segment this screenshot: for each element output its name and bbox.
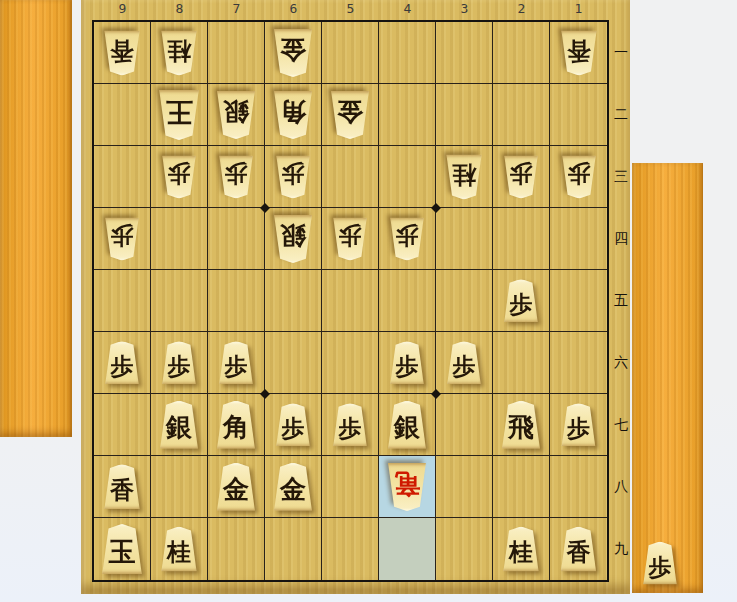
rank-label-8: 八 [614, 456, 628, 518]
square-3-9[interactable] [436, 518, 493, 580]
piece-face: 金 [329, 91, 372, 139]
rank-label-1: 一 [614, 22, 628, 84]
piece-kanji: 歩 [168, 163, 191, 191]
piece-gote-knight[interactable]: 桂 [159, 30, 199, 75]
square-5-5[interactable] [322, 270, 379, 332]
piece-kanji: 角 [280, 99, 306, 130]
square-9-6[interactable]: 歩 [94, 332, 151, 394]
square-4-3[interactable] [379, 146, 436, 208]
piece-kanji: 歩 [396, 349, 419, 377]
piece-face: 歩 [502, 279, 540, 322]
piece-sente-rook[interactable]: 飛 [500, 401, 543, 449]
piece-sente-pawn[interactable]: 歩 [331, 403, 369, 446]
piece-gote-silver[interactable]: 銀 [272, 215, 315, 263]
shogi-board: 987654321 一二三四五六七八九 香桂金香王銀角金歩歩歩桂歩歩歩銀歩歩歩歩… [81, 0, 630, 594]
piece-face: 王 [157, 90, 202, 140]
piece-gote-lance[interactable]: 香 [559, 30, 599, 75]
rank-label-5: 五 [614, 270, 628, 332]
piece-kanji: 金 [280, 471, 306, 502]
square-8-9[interactable]: 桂 [151, 518, 208, 580]
square-8-3[interactable]: 歩 [151, 146, 208, 208]
piece-face: 歩 [103, 217, 141, 260]
square-2-3[interactable]: 歩 [493, 146, 550, 208]
square-4-7[interactable]: 銀 [379, 394, 436, 456]
sente-hand-pieces: 歩 [635, 537, 685, 589]
square-1-9[interactable]: 香 [550, 518, 607, 580]
piece-face: 歩 [103, 341, 141, 384]
square-6-8[interactable]: 金 [265, 456, 322, 518]
square-8-2[interactable]: 王 [151, 84, 208, 146]
square-9-8[interactable]: 香 [94, 456, 151, 518]
square-2-8[interactable] [493, 456, 550, 518]
square-8-8[interactable] [151, 456, 208, 518]
square-7-2[interactable]: 銀 [208, 84, 265, 146]
piece-gote-gold[interactable]: 金 [329, 91, 372, 139]
piece-gote-bishop[interactable]: 角 [272, 91, 315, 139]
square-2-2[interactable] [493, 84, 550, 146]
square-3-6[interactable]: 歩 [436, 332, 493, 394]
file-label-4: 4 [379, 1, 436, 16]
square-3-1[interactable] [436, 22, 493, 84]
square-7-7[interactable]: 角 [208, 394, 265, 456]
square-7-4[interactable] [208, 208, 265, 270]
square-7-1[interactable] [208, 22, 265, 84]
piece-kanji: 歩 [453, 349, 476, 377]
piece-gote-dragon[interactable]: 竜 [386, 463, 429, 511]
piece-kanji: 歩 [225, 349, 248, 377]
piece-sente-pawn[interactable]: 歩 [274, 403, 312, 446]
square-1-7[interactable]: 歩 [550, 394, 607, 456]
piece-face: 飛 [500, 401, 543, 449]
square-4-5[interactable] [379, 270, 436, 332]
piece-kanji: 歩 [282, 411, 305, 439]
piece-gote-king[interactable]: 王 [157, 90, 202, 140]
piece-face: 歩 [388, 217, 426, 260]
file-label-6: 6 [265, 1, 322, 16]
piece-sente-pawn[interactable]: 歩 [502, 279, 540, 322]
square-5-4[interactable]: 歩 [322, 208, 379, 270]
square-7-5[interactable] [208, 270, 265, 332]
piece-face: 歩 [560, 155, 598, 198]
square-3-5[interactable] [436, 270, 493, 332]
square-3-2[interactable] [436, 84, 493, 146]
piece-face: 香 [102, 30, 142, 75]
piece-kanji: 金 [337, 99, 363, 130]
piece-face: 歩 [331, 217, 369, 260]
square-5-9[interactable] [322, 518, 379, 580]
piece-face: 歩 [641, 542, 679, 585]
piece-face: 香 [102, 464, 142, 509]
square-4-6[interactable]: 歩 [379, 332, 436, 394]
piece-sente-king[interactable]: 玉 [100, 524, 145, 574]
square-7-3[interactable]: 歩 [208, 146, 265, 208]
square-3-3[interactable]: 桂 [436, 146, 493, 208]
piece-kanji: 香 [110, 38, 134, 67]
square-1-8[interactable] [550, 456, 607, 518]
piece-face: 歩 [560, 403, 598, 446]
piece-face: 歩 [388, 341, 426, 384]
piece-kanji: 銀 [223, 99, 249, 130]
piece-face: 歩 [160, 341, 198, 384]
file-label-2: 2 [493, 1, 550, 16]
piece-face: 桂 [444, 154, 484, 199]
piece-face: 歩 [274, 155, 312, 198]
square-6-9[interactable] [265, 518, 322, 580]
piece-gote-pawn[interactable]: 歩 [103, 217, 141, 260]
square-1-4[interactable] [550, 208, 607, 270]
square-4-2[interactable] [379, 84, 436, 146]
piece-kanji: 銀 [394, 409, 420, 440]
square-8-1[interactable]: 桂 [151, 22, 208, 84]
piece-kanji: 歩 [225, 163, 248, 191]
piece-kanji: 金 [280, 37, 306, 68]
gote-hand-tray [0, 0, 72, 437]
piece-sente-pawn[interactable]: 歩 [641, 542, 679, 585]
square-4-1[interactable] [379, 22, 436, 84]
piece-sente-bishop[interactable]: 角 [215, 401, 258, 449]
piece-face: 銀 [272, 215, 315, 263]
piece-gote-knight[interactable]: 桂 [444, 154, 484, 199]
piece-face: 角 [215, 401, 258, 449]
piece-face: 歩 [274, 403, 312, 446]
square-2-5[interactable]: 歩 [493, 270, 550, 332]
piece-sente-knight[interactable]: 桂 [159, 527, 199, 572]
piece-kanji: 金 [223, 471, 249, 502]
square-4-8[interactable]: 竜 [379, 456, 436, 518]
square-9-2[interactable] [94, 84, 151, 146]
piece-kanji: 玉 [109, 533, 136, 565]
piece-sente-knight[interactable]: 桂 [501, 527, 541, 572]
piece-kanji: 桂 [167, 38, 191, 67]
square-4-4[interactable]: 歩 [379, 208, 436, 270]
file-label-5: 5 [322, 1, 379, 16]
piece-kanji: 桂 [452, 162, 476, 191]
piece-face: 歩 [502, 155, 540, 198]
square-3-8[interactable] [436, 456, 493, 518]
file-label-9: 9 [94, 1, 151, 16]
square-3-4[interactable] [436, 208, 493, 270]
piece-sente-lance[interactable]: 香 [102, 464, 142, 509]
square-6-2[interactable]: 角 [265, 84, 322, 146]
piece-face: 銀 [386, 401, 429, 449]
file-label-3: 3 [436, 1, 493, 16]
piece-face: 銀 [158, 401, 201, 449]
piece-gote-pawn[interactable]: 歩 [388, 217, 426, 260]
square-9-7[interactable] [94, 394, 151, 456]
piece-kanji: 歩 [111, 349, 134, 377]
piece-sente-silver[interactable]: 銀 [158, 401, 201, 449]
piece-gote-silver[interactable]: 銀 [215, 91, 258, 139]
square-9-4[interactable]: 歩 [94, 208, 151, 270]
square-7-8[interactable]: 金 [208, 456, 265, 518]
piece-sente-lance[interactable]: 香 [559, 527, 599, 572]
square-5-1[interactable] [322, 22, 379, 84]
square-4-9[interactable] [379, 518, 436, 580]
piece-kanji: 竜 [394, 471, 420, 502]
piece-kanji: 歩 [339, 411, 362, 439]
piece-kanji: 香 [567, 38, 591, 67]
square-5-2[interactable]: 金 [322, 84, 379, 146]
square-1-6[interactable] [550, 332, 607, 394]
square-2-1[interactable] [493, 22, 550, 84]
square-2-9[interactable]: 桂 [493, 518, 550, 580]
square-6-7[interactable]: 歩 [265, 394, 322, 456]
piece-kanji: 歩 [168, 349, 191, 377]
piece-face: 桂 [159, 527, 199, 572]
piece-face: 銀 [215, 91, 258, 139]
piece-sente-pawn[interactable]: 歩 [160, 341, 198, 384]
piece-face: 歩 [331, 403, 369, 446]
sente-hand-tray: 歩 [632, 163, 703, 593]
piece-gote-gold[interactable]: 金 [272, 29, 315, 77]
shogi-game-screen: 987654321 一二三四五六七八九 香桂金香王銀角金歩歩歩桂歩歩歩銀歩歩歩歩… [0, 0, 737, 602]
piece-face: 玉 [100, 524, 145, 574]
square-9-5[interactable] [94, 270, 151, 332]
piece-face: 桂 [501, 527, 541, 572]
piece-gote-pawn[interactable]: 歩 [274, 155, 312, 198]
square-8-4[interactable] [151, 208, 208, 270]
square-1-3[interactable]: 歩 [550, 146, 607, 208]
piece-face: 桂 [159, 30, 199, 75]
rank-label-7: 七 [614, 394, 628, 456]
square-9-9[interactable]: 玉 [94, 518, 151, 580]
piece-gote-pawn[interactable]: 歩 [331, 217, 369, 260]
piece-face: 竜 [386, 463, 429, 511]
piece-kanji: 王 [166, 99, 193, 131]
piece-kanji: 歩 [649, 549, 672, 577]
piece-face: 角 [272, 91, 315, 139]
piece-kanji: 歩 [567, 163, 590, 191]
square-7-6[interactable]: 歩 [208, 332, 265, 394]
piece-sente-pawn[interactable]: 歩 [388, 341, 426, 384]
square-8-5[interactable] [151, 270, 208, 332]
square-5-8[interactable] [322, 456, 379, 518]
square-9-1[interactable]: 香 [94, 22, 151, 84]
piece-kanji: 香 [567, 535, 591, 564]
piece-gote-pawn[interactable]: 歩 [217, 155, 255, 198]
piece-kanji: 歩 [282, 163, 305, 191]
square-6-1[interactable]: 金 [265, 22, 322, 84]
file-label-8: 8 [151, 1, 208, 16]
square-6-3[interactable]: 歩 [265, 146, 322, 208]
piece-face: 金 [272, 463, 315, 511]
piece-face: 香 [559, 30, 599, 75]
piece-kanji: 歩 [396, 225, 419, 253]
piece-face: 歩 [445, 341, 483, 384]
piece-sente-pawn[interactable]: 歩 [560, 403, 598, 446]
piece-gote-pawn[interactable]: 歩 [560, 155, 598, 198]
piece-sente-pawn[interactable]: 歩 [445, 341, 483, 384]
square-1-5[interactable] [550, 270, 607, 332]
square-6-5[interactable] [265, 270, 322, 332]
piece-kanji: 香 [110, 472, 134, 501]
square-5-7[interactable]: 歩 [322, 394, 379, 456]
piece-sente-gold[interactable]: 金 [272, 463, 315, 511]
piece-kanji: 銀 [166, 409, 192, 440]
piece-gote-pawn[interactable]: 歩 [502, 155, 540, 198]
square-8-7[interactable]: 銀 [151, 394, 208, 456]
piece-kanji: 角 [223, 409, 249, 440]
piece-sente-silver[interactable]: 銀 [386, 401, 429, 449]
rank-label-2: 二 [614, 84, 628, 146]
square-8-6[interactable]: 歩 [151, 332, 208, 394]
piece-kanji: 銀 [280, 223, 306, 254]
piece-sente-pawn[interactable]: 歩 [217, 341, 255, 384]
piece-kanji: 歩 [567, 411, 590, 439]
piece-face: 歩 [217, 155, 255, 198]
file-label-7: 7 [208, 1, 265, 16]
rank-labels: 一二三四五六七八九 [614, 22, 628, 580]
piece-gote-pawn[interactable]: 歩 [160, 155, 198, 198]
square-7-9[interactable] [208, 518, 265, 580]
piece-face: 金 [272, 29, 315, 77]
piece-kanji: 歩 [111, 225, 134, 253]
rank-label-9: 九 [614, 518, 628, 580]
file-label-1: 1 [550, 1, 607, 16]
square-2-7[interactable]: 飛 [493, 394, 550, 456]
square-3-7[interactable] [436, 394, 493, 456]
piece-kanji: 歩 [339, 225, 362, 253]
board-grid: 香桂金香王銀角金歩歩歩桂歩歩歩銀歩歩歩歩歩歩歩歩銀角歩歩銀飛歩香金金竜玉桂桂香 [92, 20, 609, 582]
piece-kanji: 歩 [510, 163, 533, 191]
rank-label-6: 六 [614, 332, 628, 394]
piece-face: 金 [215, 463, 258, 511]
square-6-6[interactable] [265, 332, 322, 394]
square-5-3[interactable] [322, 146, 379, 208]
square-6-4[interactable]: 銀 [265, 208, 322, 270]
piece-face: 歩 [217, 341, 255, 384]
square-9-3[interactable] [94, 146, 151, 208]
square-2-6[interactable] [493, 332, 550, 394]
file-labels: 987654321 [94, 1, 607, 16]
rank-label-3: 三 [614, 146, 628, 208]
piece-face: 歩 [160, 155, 198, 198]
piece-kanji: 桂 [509, 535, 533, 564]
piece-face: 香 [559, 527, 599, 572]
piece-kanji: 飛 [508, 409, 534, 440]
piece-kanji: 歩 [510, 287, 533, 315]
square-1-2[interactable] [550, 84, 607, 146]
piece-sente-pawn[interactable]: 歩 [103, 341, 141, 384]
piece-sente-gold[interactable]: 金 [215, 463, 258, 511]
rank-label-4: 四 [614, 208, 628, 270]
square-5-6[interactable] [322, 332, 379, 394]
piece-gote-lance[interactable]: 香 [102, 30, 142, 75]
piece-kanji: 桂 [167, 535, 191, 564]
square-2-4[interactable] [493, 208, 550, 270]
square-1-1[interactable]: 香 [550, 22, 607, 84]
